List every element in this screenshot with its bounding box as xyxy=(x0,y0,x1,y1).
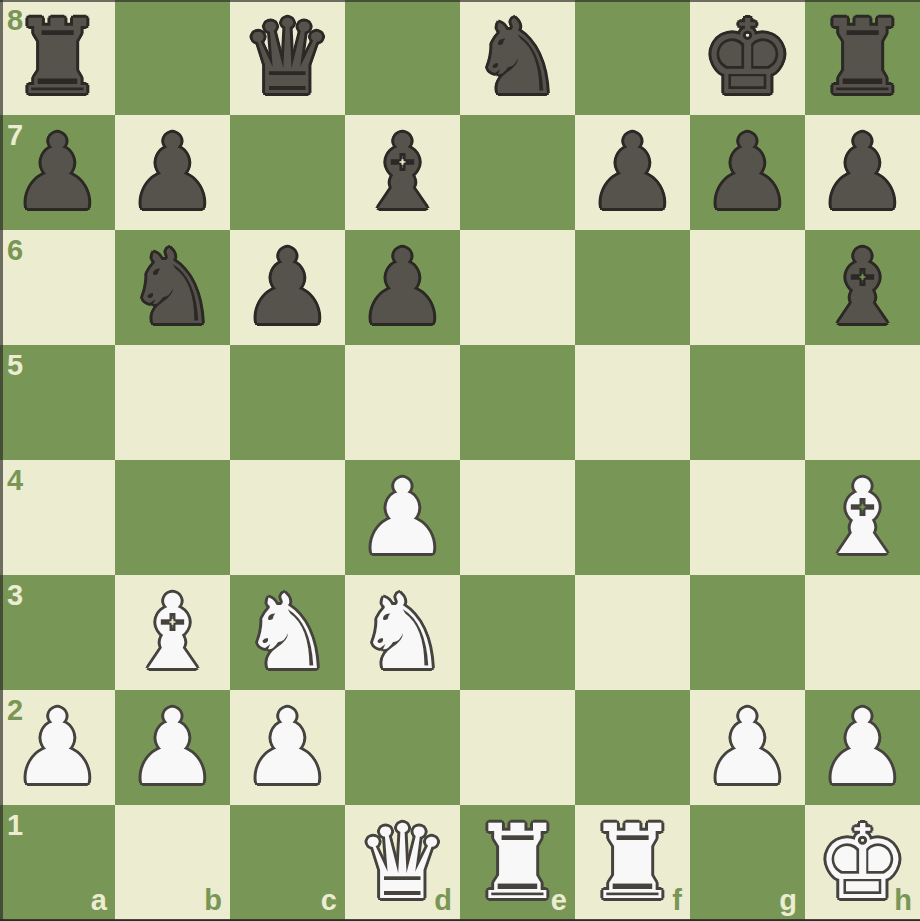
square-g5[interactable] xyxy=(690,345,805,460)
square-d7[interactable]: ♝ xyxy=(345,115,460,230)
square-d8[interactable] xyxy=(345,0,460,115)
rank-label-1: 1 xyxy=(7,811,23,840)
square-b5[interactable] xyxy=(115,345,230,460)
square-h2[interactable]: ♟ xyxy=(805,690,920,805)
square-a1[interactable]: 1a xyxy=(0,805,115,920)
piece-black-knight[interactable]: ♞ xyxy=(460,0,575,115)
square-f8[interactable] xyxy=(575,0,690,115)
square-h7[interactable]: ♟ xyxy=(805,115,920,230)
piece-white-rook[interactable]: ♜ xyxy=(460,805,575,920)
square-e3[interactable] xyxy=(460,575,575,690)
piece-white-pawn[interactable]: ♟ xyxy=(230,690,345,805)
piece-white-knight[interactable]: ♞ xyxy=(345,575,460,690)
square-f1[interactable]: f♜ xyxy=(575,805,690,920)
square-e6[interactable] xyxy=(460,230,575,345)
square-a4[interactable]: 4 xyxy=(0,460,115,575)
piece-white-pawn[interactable]: ♟ xyxy=(0,690,115,805)
square-g7[interactable]: ♟ xyxy=(690,115,805,230)
piece-black-rook[interactable]: ♜ xyxy=(0,0,115,115)
file-label-g: g xyxy=(779,886,797,915)
piece-black-pawn[interactable]: ♟ xyxy=(115,115,230,230)
square-a7[interactable]: 7♟ xyxy=(0,115,115,230)
square-d5[interactable] xyxy=(345,345,460,460)
square-b7[interactable]: ♟ xyxy=(115,115,230,230)
square-b8[interactable] xyxy=(115,0,230,115)
square-c5[interactable] xyxy=(230,345,345,460)
chess-board-wrap: 8♜♛♞♚♜7♟♟♝♟♟♟6♞♟♟♝54♟♝3♝♞♞2♟♟♟♟♟1abcd♛e♜… xyxy=(0,0,920,921)
square-e5[interactable] xyxy=(460,345,575,460)
square-h4[interactable]: ♝ xyxy=(805,460,920,575)
square-g4[interactable] xyxy=(690,460,805,575)
piece-black-king[interactable]: ♚ xyxy=(690,0,805,115)
piece-white-queen[interactable]: ♛ xyxy=(345,805,460,920)
square-a5[interactable]: 5 xyxy=(0,345,115,460)
piece-white-pawn[interactable]: ♟ xyxy=(805,690,920,805)
piece-black-pawn[interactable]: ♟ xyxy=(575,115,690,230)
square-h5[interactable] xyxy=(805,345,920,460)
square-h1[interactable]: h♚ xyxy=(805,805,920,920)
chess-board: 8♜♛♞♚♜7♟♟♝♟♟♟6♞♟♟♝54♟♝3♝♞♞2♟♟♟♟♟1abcd♛e♜… xyxy=(0,0,920,920)
square-f2[interactable] xyxy=(575,690,690,805)
square-f7[interactable]: ♟ xyxy=(575,115,690,230)
piece-black-bishop[interactable]: ♝ xyxy=(805,230,920,345)
square-e2[interactable] xyxy=(460,690,575,805)
rank-label-6: 6 xyxy=(7,236,23,265)
square-g3[interactable] xyxy=(690,575,805,690)
rank-label-5: 5 xyxy=(7,351,23,380)
square-f5[interactable] xyxy=(575,345,690,460)
file-label-a: a xyxy=(91,886,107,915)
square-c2[interactable]: ♟ xyxy=(230,690,345,805)
square-c6[interactable]: ♟ xyxy=(230,230,345,345)
square-d6[interactable]: ♟ xyxy=(345,230,460,345)
file-label-c: c xyxy=(321,886,337,915)
square-c7[interactable] xyxy=(230,115,345,230)
square-b2[interactable]: ♟ xyxy=(115,690,230,805)
square-f6[interactable] xyxy=(575,230,690,345)
piece-white-bishop[interactable]: ♝ xyxy=(805,460,920,575)
square-g8[interactable]: ♚ xyxy=(690,0,805,115)
square-d4[interactable]: ♟ xyxy=(345,460,460,575)
square-e4[interactable] xyxy=(460,460,575,575)
square-g6[interactable] xyxy=(690,230,805,345)
square-h6[interactable]: ♝ xyxy=(805,230,920,345)
piece-black-rook[interactable]: ♜ xyxy=(805,0,920,115)
square-c1[interactable]: c xyxy=(230,805,345,920)
square-c8[interactable]: ♛ xyxy=(230,0,345,115)
file-label-b: b xyxy=(204,886,222,915)
piece-white-pawn[interactable]: ♟ xyxy=(345,460,460,575)
square-d2[interactable] xyxy=(345,690,460,805)
piece-black-bishop[interactable]: ♝ xyxy=(345,115,460,230)
piece-white-king[interactable]: ♚ xyxy=(805,805,920,920)
square-g2[interactable]: ♟ xyxy=(690,690,805,805)
piece-white-knight[interactable]: ♞ xyxy=(230,575,345,690)
piece-white-pawn[interactable]: ♟ xyxy=(690,690,805,805)
square-d1[interactable]: d♛ xyxy=(345,805,460,920)
square-a6[interactable]: 6 xyxy=(0,230,115,345)
square-h8[interactable]: ♜ xyxy=(805,0,920,115)
square-e8[interactable]: ♞ xyxy=(460,0,575,115)
piece-white-pawn[interactable]: ♟ xyxy=(115,690,230,805)
square-c3[interactable]: ♞ xyxy=(230,575,345,690)
square-b3[interactable]: ♝ xyxy=(115,575,230,690)
square-b1[interactable]: b xyxy=(115,805,230,920)
square-a3[interactable]: 3 xyxy=(0,575,115,690)
piece-black-queen[interactable]: ♛ xyxy=(230,0,345,115)
rank-label-4: 4 xyxy=(7,466,23,495)
piece-black-pawn[interactable]: ♟ xyxy=(345,230,460,345)
square-b6[interactable]: ♞ xyxy=(115,230,230,345)
piece-black-pawn[interactable]: ♟ xyxy=(805,115,920,230)
square-b4[interactable] xyxy=(115,460,230,575)
piece-black-pawn[interactable]: ♟ xyxy=(690,115,805,230)
square-f3[interactable] xyxy=(575,575,690,690)
square-g1[interactable]: g xyxy=(690,805,805,920)
square-h3[interactable] xyxy=(805,575,920,690)
piece-white-rook[interactable]: ♜ xyxy=(575,805,690,920)
square-a8[interactable]: 8♜ xyxy=(0,0,115,115)
square-c4[interactable] xyxy=(230,460,345,575)
piece-black-pawn[interactable]: ♟ xyxy=(0,115,115,230)
square-f4[interactable] xyxy=(575,460,690,575)
piece-black-knight[interactable]: ♞ xyxy=(115,230,230,345)
rank-label-3: 3 xyxy=(7,581,23,610)
square-e7[interactable] xyxy=(460,115,575,230)
square-e1[interactable]: e♜ xyxy=(460,805,575,920)
piece-black-pawn[interactable]: ♟ xyxy=(230,230,345,345)
square-a2[interactable]: 2♟ xyxy=(0,690,115,805)
piece-white-bishop[interactable]: ♝ xyxy=(115,575,230,690)
square-d3[interactable]: ♞ xyxy=(345,575,460,690)
